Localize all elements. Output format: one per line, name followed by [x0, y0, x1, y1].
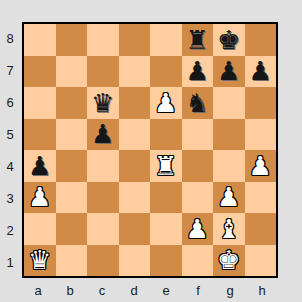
- black-queen-icon: ♛: [91, 90, 114, 116]
- square-f5[interactable]: [182, 119, 214, 151]
- file-label-f: f: [182, 280, 214, 300]
- square-c7[interactable]: [87, 56, 119, 88]
- black-pawn-icon: ♟: [217, 58, 240, 84]
- rank-labels: 87654321: [0, 22, 20, 278]
- square-a3[interactable]: ♟: [24, 182, 56, 214]
- square-a7[interactable]: [24, 56, 56, 88]
- square-d4[interactable]: [119, 150, 151, 182]
- rank-label-6: 6: [0, 86, 20, 118]
- white-pawn-icon: ♟: [154, 90, 177, 116]
- square-a5[interactable]: [24, 119, 56, 151]
- square-e4[interactable]: ♜: [150, 150, 182, 182]
- square-b6[interactable]: [56, 87, 88, 119]
- square-e3[interactable]: [150, 182, 182, 214]
- white-rook-icon: ♜: [154, 153, 177, 179]
- square-e6[interactable]: ♟: [150, 87, 182, 119]
- square-g5[interactable]: [213, 119, 245, 151]
- black-king-icon: ♚: [217, 27, 240, 53]
- square-a1[interactable]: ♛: [24, 245, 56, 277]
- square-e1[interactable]: [150, 245, 182, 277]
- square-g3[interactable]: ♟: [213, 182, 245, 214]
- square-h7[interactable]: ♟: [245, 56, 277, 88]
- square-f2[interactable]: ♟: [182, 213, 214, 245]
- square-b3[interactable]: [56, 182, 88, 214]
- white-pawn-icon: ♟: [249, 153, 272, 179]
- square-f1[interactable]: [182, 245, 214, 277]
- file-label-a: a: [22, 280, 54, 300]
- chess-board: ♜♚♟♟♟♛♟♞♟♟♜♟♟♟♟♝♛♚: [22, 22, 278, 278]
- white-pawn-icon: ♟: [217, 184, 240, 210]
- square-h1[interactable]: [245, 245, 277, 277]
- square-d8[interactable]: [119, 24, 151, 56]
- black-pawn-icon: ♟: [186, 58, 209, 84]
- rank-label-7: 7: [0, 54, 20, 86]
- white-pawn-icon: ♟: [28, 184, 51, 210]
- square-h4[interactable]: ♟: [245, 150, 277, 182]
- black-pawn-icon: ♟: [28, 153, 51, 179]
- file-label-c: c: [86, 280, 118, 300]
- square-d2[interactable]: [119, 213, 151, 245]
- rank-label-4: 4: [0, 150, 20, 182]
- file-label-e: e: [150, 280, 182, 300]
- square-h2[interactable]: [245, 213, 277, 245]
- white-king-icon: ♚: [217, 247, 240, 273]
- square-b4[interactable]: [56, 150, 88, 182]
- square-c5[interactable]: ♟: [87, 119, 119, 151]
- square-f4[interactable]: [182, 150, 214, 182]
- square-e2[interactable]: [150, 213, 182, 245]
- square-c2[interactable]: [87, 213, 119, 245]
- file-labels: abcdefgh: [22, 280, 278, 300]
- square-g8[interactable]: ♚: [213, 24, 245, 56]
- square-g1[interactable]: ♚: [213, 245, 245, 277]
- square-e7[interactable]: [150, 56, 182, 88]
- square-g4[interactable]: [213, 150, 245, 182]
- file-label-b: b: [54, 280, 86, 300]
- square-f6[interactable]: ♞: [182, 87, 214, 119]
- square-d1[interactable]: [119, 245, 151, 277]
- square-c8[interactable]: [87, 24, 119, 56]
- square-g2[interactable]: ♝: [213, 213, 245, 245]
- square-b8[interactable]: [56, 24, 88, 56]
- file-label-g: g: [214, 280, 246, 300]
- square-d3[interactable]: [119, 182, 151, 214]
- file-label-d: d: [118, 280, 150, 300]
- square-d5[interactable]: [119, 119, 151, 151]
- chess-diagram: 87654321 ♜♚♟♟♟♛♟♞♟♟♜♟♟♟♟♝♛♚ abcdefgh: [0, 0, 302, 302]
- rank-label-8: 8: [0, 22, 20, 54]
- square-a4[interactable]: ♟: [24, 150, 56, 182]
- square-g6[interactable]: [213, 87, 245, 119]
- square-b7[interactable]: [56, 56, 88, 88]
- square-h6[interactable]: [245, 87, 277, 119]
- square-b2[interactable]: [56, 213, 88, 245]
- square-a6[interactable]: [24, 87, 56, 119]
- square-d7[interactable]: [119, 56, 151, 88]
- square-h8[interactable]: [245, 24, 277, 56]
- square-e8[interactable]: [150, 24, 182, 56]
- square-c6[interactable]: ♛: [87, 87, 119, 119]
- square-d6[interactable]: [119, 87, 151, 119]
- square-c1[interactable]: [87, 245, 119, 277]
- rank-label-5: 5: [0, 118, 20, 150]
- square-h5[interactable]: [245, 119, 277, 151]
- black-knight-icon: ♞: [186, 90, 209, 116]
- black-pawn-icon: ♟: [249, 58, 272, 84]
- black-rook-icon: ♜: [186, 27, 209, 53]
- square-f8[interactable]: ♜: [182, 24, 214, 56]
- square-b5[interactable]: [56, 119, 88, 151]
- rank-label-1: 1: [0, 246, 20, 278]
- file-label-h: h: [246, 280, 278, 300]
- black-pawn-icon: ♟: [91, 121, 114, 147]
- rank-label-3: 3: [0, 182, 20, 214]
- square-c4[interactable]: [87, 150, 119, 182]
- square-f7[interactable]: ♟: [182, 56, 214, 88]
- square-a8[interactable]: [24, 24, 56, 56]
- square-h3[interactable]: [245, 182, 277, 214]
- white-queen-icon: ♛: [28, 247, 51, 273]
- white-pawn-icon: ♟: [186, 216, 209, 242]
- square-g7[interactable]: ♟: [213, 56, 245, 88]
- square-f3[interactable]: [182, 182, 214, 214]
- rank-label-2: 2: [0, 214, 20, 246]
- square-c3[interactable]: [87, 182, 119, 214]
- square-a2[interactable]: [24, 213, 56, 245]
- square-b1[interactable]: [56, 245, 88, 277]
- white-bishop-icon: ♝: [217, 216, 240, 242]
- square-e5[interactable]: [150, 119, 182, 151]
